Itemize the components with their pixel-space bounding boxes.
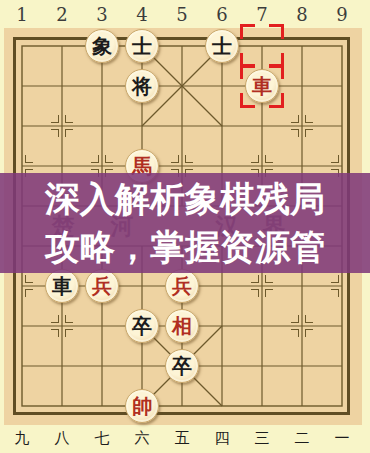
file-label-top-5: 5 — [176, 4, 187, 25]
move-destination-bracket — [240, 64, 284, 108]
piece-glyph: 卒 — [132, 316, 152, 336]
file-label-bottom-6: 四 — [215, 429, 230, 448]
piece-glyph: 将 — [132, 76, 152, 96]
xiangqi-app-screenshot: 楚河汉界 123456789 九八七六五四三二一 象士士将車馬車兵兵卒相卒帥 深… — [0, 0, 370, 453]
piece-glyph: 兵 — [172, 276, 192, 296]
file-label-bottom-3: 七 — [95, 429, 110, 448]
file-label-top-9: 9 — [336, 4, 347, 25]
point-marker — [51, 315, 73, 337]
piece-相-red[interactable]: 相 — [165, 309, 199, 343]
piece-glyph: 兵 — [92, 276, 112, 296]
file-label-bottom-2: 八 — [55, 429, 70, 448]
file-label-top-6: 6 — [216, 4, 227, 25]
file-label-bottom-5: 五 — [175, 429, 190, 448]
piece-glyph: 象 — [92, 36, 112, 56]
point-marker — [51, 115, 73, 137]
file-label-bottom-1: 九 — [15, 429, 30, 448]
file-label-bottom-4: 六 — [135, 429, 150, 448]
piece-士-black[interactable]: 士 — [205, 29, 239, 63]
file-label-bottom-8: 二 — [295, 429, 310, 448]
piece-帥-red[interactable]: 帥 — [125, 389, 159, 423]
piece-兵-red[interactable]: 兵 — [85, 269, 119, 303]
point-marker — [11, 275, 33, 297]
piece-glyph: 士 — [212, 36, 232, 56]
file-label-top-1: 1 — [16, 4, 27, 25]
banner-title-line-2: 攻略，掌握资源管 — [0, 223, 370, 271]
file-label-top-2: 2 — [56, 4, 67, 25]
promo-banner-overlay: 深入解析象棋残局 攻略，掌握资源管 — [0, 173, 370, 273]
file-label-top-3: 3 — [96, 4, 107, 25]
piece-車-black[interactable]: 車 — [45, 269, 79, 303]
file-label-top-4: 4 — [136, 4, 147, 25]
file-label-bottom-7: 三 — [255, 429, 270, 448]
point-marker — [251, 275, 273, 297]
piece-卒-black[interactable]: 卒 — [125, 309, 159, 343]
piece-象-black[interactable]: 象 — [85, 29, 119, 63]
file-label-top-8: 8 — [296, 4, 307, 25]
piece-glyph: 車 — [52, 276, 72, 296]
point-marker — [331, 275, 353, 297]
move-origin-bracket — [240, 24, 284, 68]
file-label-top-7: 7 — [256, 4, 267, 25]
piece-兵-red[interactable]: 兵 — [165, 269, 199, 303]
piece-glyph: 士 — [132, 36, 152, 56]
piece-glyph: 帥 — [132, 396, 152, 416]
piece-卒-black[interactable]: 卒 — [165, 349, 199, 383]
piece-将-black[interactable]: 将 — [125, 69, 159, 103]
piece-士-black[interactable]: 士 — [125, 29, 159, 63]
point-marker — [291, 315, 313, 337]
point-marker — [291, 115, 313, 137]
file-label-bottom-9: 一 — [335, 429, 350, 448]
piece-glyph: 相 — [172, 316, 192, 336]
piece-glyph: 卒 — [172, 356, 192, 376]
banner-title-line-1: 深入解析象棋残局 — [0, 175, 370, 223]
